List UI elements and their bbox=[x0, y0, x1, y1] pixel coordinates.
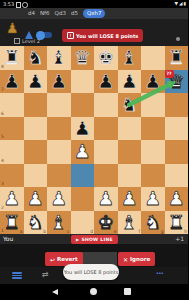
square-d3[interactable] bbox=[71, 164, 95, 188]
black-pawn-piece: ♟ bbox=[94, 70, 118, 94]
square-f7[interactable]: ♟ bbox=[118, 70, 142, 94]
square-b3[interactable] bbox=[24, 164, 48, 188]
square-g7[interactable]: ♟ bbox=[141, 70, 165, 94]
square-h1[interactable]: h♜ bbox=[165, 211, 189, 235]
square-f4[interactable] bbox=[118, 140, 142, 164]
signal-icon: ◢ bbox=[179, 0, 182, 8]
square-a8[interactable]: 8♜ bbox=[0, 46, 24, 70]
wifi-icon: ▼ bbox=[175, 0, 178, 8]
chess-board[interactable]: 8♜♞♝♛♚♝♜7♟♟♟♟♟♟♛??6♞5♟4♟32♟♟♟♟♟♟♟1a♜b♞c♝… bbox=[0, 46, 188, 234]
warning-icon: ! bbox=[67, 32, 74, 39]
rank-label: 3 bbox=[1, 181, 4, 186]
black-pawn-piece: ♟ bbox=[47, 70, 71, 94]
black-pawn-piece: ♟ bbox=[71, 117, 95, 141]
square-c5[interactable] bbox=[47, 117, 71, 141]
player-bar: You ▶ SHOW LINE +1 bbox=[0, 234, 188, 244]
square-e5[interactable] bbox=[94, 117, 118, 141]
square-h3[interactable] bbox=[165, 164, 189, 188]
black-pawn-piece: ♟ bbox=[24, 70, 48, 94]
black-knight-piece: ♞ bbox=[118, 93, 142, 117]
square-d8[interactable]: ♛ bbox=[71, 46, 95, 70]
file-label: e bbox=[114, 229, 117, 234]
move-list: d4Nf6Qd3d5Qxh7 bbox=[0, 8, 188, 19]
square-e2[interactable]: ♟ bbox=[94, 187, 118, 211]
square-f2[interactable]: ♟ bbox=[118, 187, 142, 211]
android-nav-bar bbox=[0, 284, 188, 300]
flip-board-icon[interactable]: ⇄ bbox=[42, 270, 49, 280]
close-icon: ✕ bbox=[123, 256, 128, 263]
status-bar: 3:53 ▼ ◢ ▮ bbox=[0, 0, 188, 8]
black-knight-piece: ♞ bbox=[24, 46, 48, 70]
square-h8[interactable]: ♜ bbox=[165, 46, 189, 70]
square-b6[interactable] bbox=[24, 93, 48, 117]
white-pawn-piece: ♟ bbox=[165, 187, 189, 211]
file-label: h bbox=[184, 229, 187, 234]
black-bishop-piece: ♝ bbox=[118, 46, 142, 70]
square-g8[interactable] bbox=[141, 46, 165, 70]
show-line-label: SHOW LINE bbox=[81, 237, 112, 242]
square-b5[interactable] bbox=[24, 117, 48, 141]
square-f6[interactable]: ♞ bbox=[118, 93, 142, 117]
square-a1[interactable]: 1a♜ bbox=[0, 211, 24, 235]
black-rook-piece: ♜ bbox=[165, 46, 189, 70]
square-e1[interactable]: e♚ bbox=[94, 211, 118, 235]
black-king-piece: ♚ bbox=[94, 46, 118, 70]
square-e3[interactable] bbox=[94, 164, 118, 188]
file-label: g bbox=[161, 229, 164, 234]
square-c3[interactable] bbox=[47, 164, 71, 188]
ignore-label: Ignore bbox=[130, 256, 150, 262]
square-h5[interactable] bbox=[165, 117, 189, 141]
square-c6[interactable] bbox=[47, 93, 71, 117]
square-a7[interactable]: 7♟ bbox=[0, 70, 24, 94]
file-label: c bbox=[67, 229, 69, 234]
square-h2[interactable]: ♟ bbox=[165, 187, 189, 211]
status-time: 3:53 bbox=[3, 0, 14, 8]
square-g5[interactable] bbox=[141, 117, 165, 141]
square-e8[interactable]: ♚ bbox=[94, 46, 118, 70]
square-d5[interactable]: ♟ bbox=[71, 117, 95, 141]
black-pawn-piece: ♟ bbox=[118, 70, 142, 94]
square-a5[interactable]: 5 bbox=[0, 117, 24, 141]
square-b4[interactable] bbox=[24, 140, 48, 164]
square-f1[interactable]: f♝ bbox=[118, 211, 142, 235]
square-d2[interactable] bbox=[71, 187, 95, 211]
bot-avatar-piece-icon: ♟ bbox=[6, 20, 19, 36]
square-e4[interactable] bbox=[94, 140, 118, 164]
warning-banner: ! You will LOSE 8 points bbox=[62, 29, 143, 42]
square-c7[interactable]: ♟ bbox=[47, 70, 71, 94]
square-g6[interactable] bbox=[141, 93, 165, 117]
white-pawn-piece: ♟ bbox=[141, 187, 165, 211]
battery-icon: ▮ bbox=[184, 0, 186, 8]
recents-button-icon[interactable] bbox=[124, 288, 131, 295]
square-b7[interactable]: ♟ bbox=[24, 70, 48, 94]
rank-label: 7 bbox=[1, 87, 4, 92]
rank-label: 6 bbox=[1, 111, 4, 116]
black-pawn-piece: ♟ bbox=[141, 70, 165, 94]
ignore-button[interactable]: ✕ Ignore bbox=[118, 252, 155, 266]
square-g3[interactable] bbox=[141, 164, 165, 188]
rank-label: 4 bbox=[1, 158, 4, 163]
level-text: Level 2 bbox=[22, 38, 40, 44]
rank-label: 2 bbox=[1, 205, 4, 210]
square-a4[interactable]: 4 bbox=[0, 140, 24, 164]
game-header: ♟ ! You will LOSE 8 points Level 2 bbox=[0, 19, 188, 46]
square-b1[interactable]: b♞ bbox=[24, 211, 48, 235]
square-f5[interactable] bbox=[118, 117, 142, 141]
square-e6[interactable] bbox=[94, 93, 118, 117]
move-chip[interactable]: Qd3 bbox=[55, 10, 66, 17]
show-line-button[interactable]: ▶ SHOW LINE bbox=[71, 235, 118, 244]
square-f3[interactable] bbox=[118, 164, 142, 188]
move-chip[interactable]: d4 bbox=[28, 10, 35, 17]
home-button-icon[interactable] bbox=[90, 288, 97, 295]
back-button-icon[interactable] bbox=[52, 289, 58, 295]
phone-screen: 3:53 ▼ ◢ ▮ d4Nf6Qd3d5Qxh7 ♟ ! You will L… bbox=[0, 0, 188, 300]
play-icon: ▶ bbox=[76, 237, 79, 242]
square-d1[interactable]: d bbox=[71, 211, 95, 235]
white-pawn-piece: ♟ bbox=[94, 187, 118, 211]
square-c1[interactable]: c♝ bbox=[47, 211, 71, 235]
black-bishop-piece: ♝ bbox=[47, 46, 71, 70]
file-label: d bbox=[90, 229, 93, 234]
square-b2[interactable]: ♟ bbox=[24, 187, 48, 211]
move-chip[interactable]: Qxh7 bbox=[83, 9, 106, 18]
more-options-icon[interactable]: ⋯ bbox=[156, 269, 164, 278]
black-queen-piece: ♛ bbox=[71, 46, 95, 70]
blunder-badge: ?? bbox=[165, 70, 174, 78]
undo-icon: ↩ bbox=[50, 256, 55, 263]
square-a3[interactable]: 3 bbox=[0, 164, 24, 188]
square-c2[interactable]: ♟ bbox=[47, 187, 71, 211]
move-chip[interactable]: d5 bbox=[71, 10, 78, 17]
computer-icon bbox=[14, 38, 20, 44]
square-b8[interactable]: ♞ bbox=[24, 46, 48, 70]
revert-label: Revert bbox=[57, 256, 78, 262]
square-d4[interactable]: ♟ bbox=[71, 140, 95, 164]
white-pawn-piece: ♟ bbox=[47, 187, 71, 211]
square-c4[interactable] bbox=[47, 140, 71, 164]
square-g1[interactable]: g♞ bbox=[141, 211, 165, 235]
square-g2[interactable]: ♟ bbox=[141, 187, 165, 211]
points-tooltip: You will LOSE 8 points bbox=[63, 264, 119, 280]
rank-label: 8 bbox=[1, 64, 4, 69]
square-a6[interactable]: 6 bbox=[0, 93, 24, 117]
data-saver-notification-icon bbox=[22, 2, 28, 8]
square-h4[interactable] bbox=[165, 140, 189, 164]
level-label: Level 2 bbox=[14, 38, 40, 44]
white-pawn-piece: ♟ bbox=[24, 187, 48, 211]
white-pawn-piece: ♟ bbox=[71, 140, 95, 164]
square-d6[interactable] bbox=[71, 93, 95, 117]
square-f8[interactable]: ♝ bbox=[118, 46, 142, 70]
file-label: a bbox=[20, 229, 23, 234]
white-pawn-piece: ♟ bbox=[118, 187, 142, 211]
square-g4[interactable] bbox=[141, 140, 165, 164]
settings-dot-icon[interactable] bbox=[176, 37, 180, 41]
move-chip[interactable]: Nf6 bbox=[40, 10, 50, 17]
rank-label: 1 bbox=[1, 228, 4, 233]
square-d7[interactable] bbox=[71, 70, 95, 94]
file-label: b bbox=[43, 229, 46, 234]
rank-label: 5 bbox=[1, 134, 4, 139]
square-h6[interactable] bbox=[165, 93, 189, 117]
square-h7[interactable]: ♛?? bbox=[165, 70, 189, 94]
square-e7[interactable]: ♟ bbox=[94, 70, 118, 94]
player-name: You bbox=[3, 235, 13, 242]
material-score: +1 bbox=[175, 235, 184, 242]
square-a2[interactable]: 2♟ bbox=[0, 187, 24, 211]
analysis-lines-icon[interactable] bbox=[12, 272, 22, 279]
file-label: f bbox=[138, 229, 140, 234]
warning-text: You will LOSE 8 points bbox=[76, 33, 138, 39]
square-c8[interactable]: ♝ bbox=[47, 46, 71, 70]
